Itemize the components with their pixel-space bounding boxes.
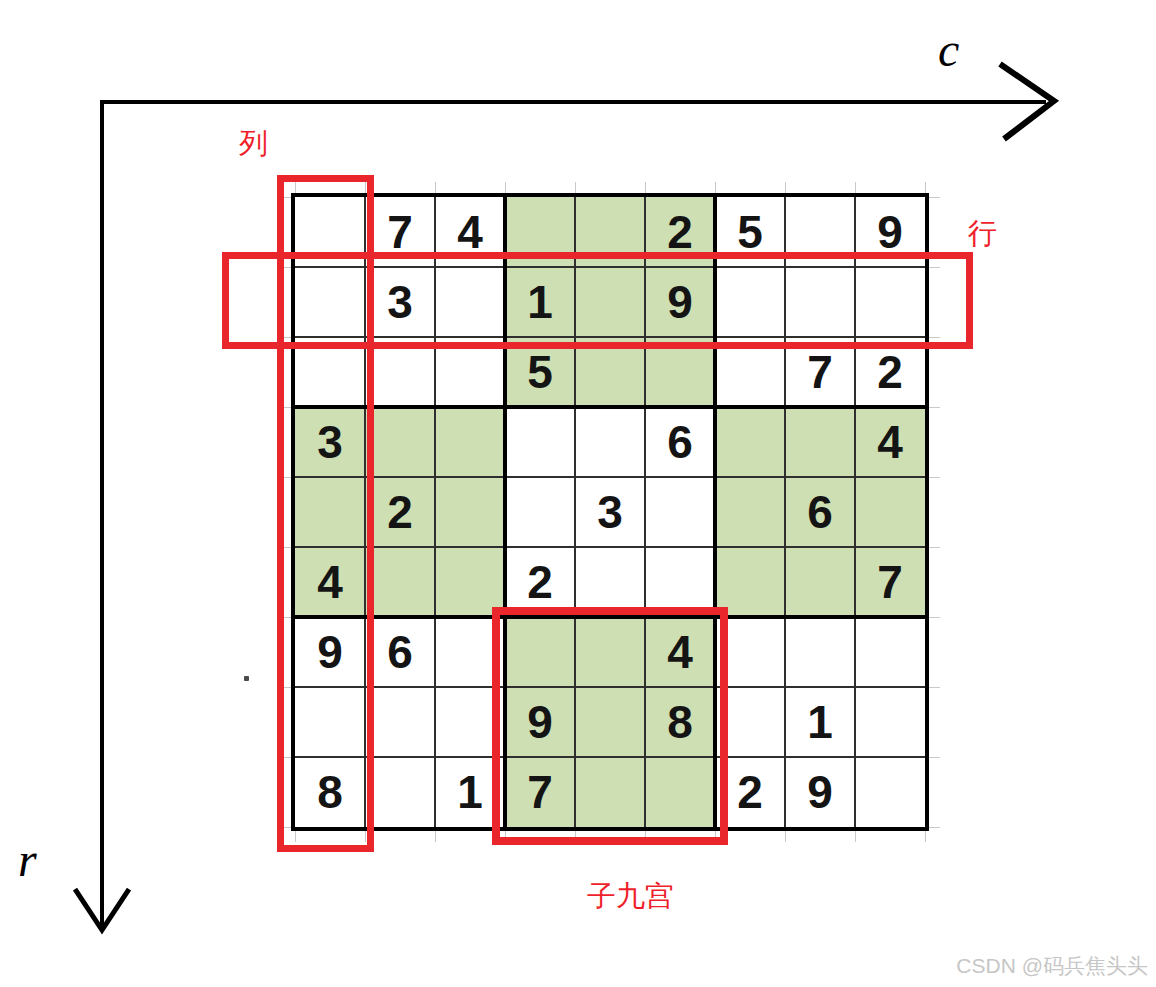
- gridline-tick: [929, 617, 940, 618]
- gridline-tick: [929, 407, 940, 408]
- watermark: CSDN @码兵焦头头: [956, 952, 1148, 980]
- gridline-tick: [925, 831, 926, 842]
- gridline-tick: [715, 182, 716, 193]
- box-label: 子九宫: [587, 882, 674, 911]
- gridline-tick: [929, 477, 940, 478]
- c-axis-label: c: [938, 26, 959, 74]
- stray-dot: [244, 676, 249, 681]
- gridline-tick: [929, 687, 940, 688]
- gridline-tick: [785, 182, 786, 193]
- gridline-tick: [435, 182, 436, 193]
- gridline-tick: [929, 757, 940, 758]
- row-label: 行: [968, 219, 997, 248]
- row-highlight-rect: [222, 252, 973, 349]
- gridline-tick: [435, 831, 436, 842]
- r-axis-arrow: [75, 100, 129, 930]
- gridline-tick: [929, 197, 940, 198]
- gridline-tick: [929, 547, 940, 548]
- gridline-tick: [855, 182, 856, 193]
- gridline-tick: [645, 182, 646, 193]
- gridline-tick: [575, 182, 576, 193]
- column-label: 列: [239, 129, 268, 158]
- gridline-tick: [785, 831, 786, 842]
- r-axis-label: r: [18, 836, 37, 884]
- sudoku-diagram: c r 7425931957236423642796498181729: [0, 0, 1156, 987]
- gridline-tick: [925, 182, 926, 193]
- gridline-tick: [929, 827, 940, 828]
- gridline-tick: [855, 831, 856, 842]
- gridline-tick: [505, 182, 506, 193]
- box-highlight-rect: [492, 607, 728, 845]
